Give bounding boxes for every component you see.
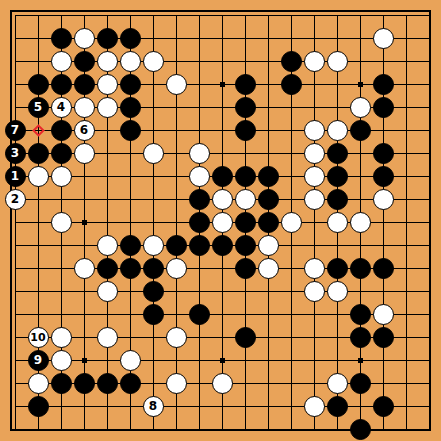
stone-white — [373, 189, 394, 210]
stone-black — [28, 143, 49, 164]
stone-black: 3 — [5, 143, 26, 164]
stone-black — [350, 327, 371, 348]
stone-white — [189, 166, 210, 187]
stone-white — [74, 258, 95, 279]
stone-white — [212, 373, 233, 394]
star-point — [358, 358, 363, 363]
stone-white — [189, 143, 210, 164]
star-point — [220, 358, 225, 363]
stone-black: 5 — [28, 97, 49, 118]
stone-white — [74, 143, 95, 164]
star-point — [82, 358, 87, 363]
stone-white — [28, 373, 49, 394]
stone-white — [97, 235, 118, 256]
move-number-label: 9 — [34, 354, 42, 366]
move-number-label: 10 — [30, 332, 45, 343]
stone-white — [327, 373, 348, 394]
stone-white — [166, 373, 187, 394]
stone-black — [166, 235, 187, 256]
stone-white — [327, 51, 348, 72]
stone-black — [189, 212, 210, 233]
stone-white — [350, 212, 371, 233]
stone-black — [327, 166, 348, 187]
stone-black — [327, 143, 348, 164]
stone-black — [350, 373, 371, 394]
stone-white — [51, 327, 72, 348]
stone-black — [281, 74, 302, 95]
stone-white — [120, 51, 141, 72]
stone-black — [120, 74, 141, 95]
move-number-label: 1 — [11, 170, 19, 182]
stone-black — [258, 189, 279, 210]
stone-black — [120, 235, 141, 256]
stone-white — [51, 166, 72, 187]
stone-black — [28, 74, 49, 95]
stone-white — [97, 327, 118, 348]
stone-white — [373, 304, 394, 325]
stone-black — [120, 28, 141, 49]
stone-white — [74, 28, 95, 49]
stone-black: 9 — [28, 350, 49, 371]
stone-black — [51, 28, 72, 49]
stone-white — [258, 258, 279, 279]
stone-white — [74, 97, 95, 118]
stone-white — [327, 212, 348, 233]
stone-black — [373, 97, 394, 118]
stone-white: 8 — [143, 396, 164, 417]
stone-black — [51, 74, 72, 95]
stone-white — [304, 166, 325, 187]
stone-black — [51, 373, 72, 394]
stone-white — [166, 74, 187, 95]
stone-white — [97, 281, 118, 302]
stone-black — [373, 327, 394, 348]
stone-black — [51, 120, 72, 141]
stone-white — [304, 281, 325, 302]
stone-white — [327, 120, 348, 141]
stone-white: 4 — [51, 97, 72, 118]
stone-white — [304, 120, 325, 141]
stone-black — [28, 396, 49, 417]
stone-white — [143, 143, 164, 164]
stone-white — [143, 235, 164, 256]
stone-black — [258, 166, 279, 187]
stone-white — [97, 51, 118, 72]
go-board[interactable]: 54763121098 — [0, 0, 441, 441]
stone-black — [327, 258, 348, 279]
stone-black — [350, 258, 371, 279]
stone-black — [120, 97, 141, 118]
stone-black — [120, 373, 141, 394]
stone-black — [51, 143, 72, 164]
stone-white — [166, 258, 187, 279]
stone-black — [281, 51, 302, 72]
stone-black: 1 — [5, 166, 26, 187]
stone-white — [304, 189, 325, 210]
stone-black — [143, 304, 164, 325]
stone-black — [258, 212, 279, 233]
stone-black — [235, 166, 256, 187]
stone-black — [189, 235, 210, 256]
stone-white — [304, 396, 325, 417]
stone-black — [97, 258, 118, 279]
stone-white — [304, 258, 325, 279]
stone-white — [28, 166, 49, 187]
stone-black — [143, 258, 164, 279]
star-point — [82, 220, 87, 225]
stone-black — [189, 189, 210, 210]
stone-white — [143, 51, 164, 72]
stone-white — [120, 350, 141, 371]
stone-white — [327, 281, 348, 302]
move-number-label: 3 — [11, 147, 19, 159]
stone-black — [235, 74, 256, 95]
stone-black — [350, 304, 371, 325]
stone-black — [373, 74, 394, 95]
move-number-label: 5 — [34, 101, 42, 113]
stone-black — [212, 166, 233, 187]
stone-white — [51, 212, 72, 233]
stone-black — [373, 396, 394, 417]
stone-black — [350, 419, 371, 440]
stone-black — [235, 258, 256, 279]
stone-white — [51, 51, 72, 72]
stone-white — [97, 97, 118, 118]
stone-white — [212, 189, 233, 210]
stone-white: 2 — [5, 189, 26, 210]
move-number-label: 6 — [80, 124, 88, 136]
stone-white — [166, 327, 187, 348]
move-number-label: 4 — [57, 101, 65, 113]
stone-black — [235, 235, 256, 256]
stone-black — [235, 212, 256, 233]
stone-black — [327, 396, 348, 417]
stone-black — [350, 120, 371, 141]
stone-black — [373, 143, 394, 164]
move-number-label: 2 — [11, 193, 19, 205]
stone-black — [74, 74, 95, 95]
stone-black — [97, 373, 118, 394]
stone-white — [258, 235, 279, 256]
star-point — [220, 82, 225, 87]
stone-black — [74, 51, 95, 72]
stone-black — [235, 327, 256, 348]
star-point — [358, 82, 363, 87]
move-number-label: 8 — [149, 400, 157, 412]
stone-black — [235, 97, 256, 118]
stone-white — [212, 212, 233, 233]
stone-white — [350, 97, 371, 118]
stone-black — [373, 258, 394, 279]
stone-white — [235, 189, 256, 210]
stone-white — [281, 212, 302, 233]
move-number-label: 7 — [11, 124, 19, 136]
stone-black — [212, 235, 233, 256]
stone-black — [235, 120, 256, 141]
stone-white — [97, 74, 118, 95]
stone-black — [373, 166, 394, 187]
stone-white — [51, 350, 72, 371]
stone-black — [74, 373, 95, 394]
stone-black — [327, 189, 348, 210]
stone-white — [304, 143, 325, 164]
stone-white: 10 — [28, 327, 49, 348]
stone-white: 6 — [74, 120, 95, 141]
stone-white — [373, 28, 394, 49]
stone-black: 7 — [5, 120, 26, 141]
stone-white — [304, 51, 325, 72]
stone-black — [120, 258, 141, 279]
stone-black — [97, 28, 118, 49]
stone-black — [143, 281, 164, 302]
stone-black — [120, 120, 141, 141]
stone-black — [189, 304, 210, 325]
